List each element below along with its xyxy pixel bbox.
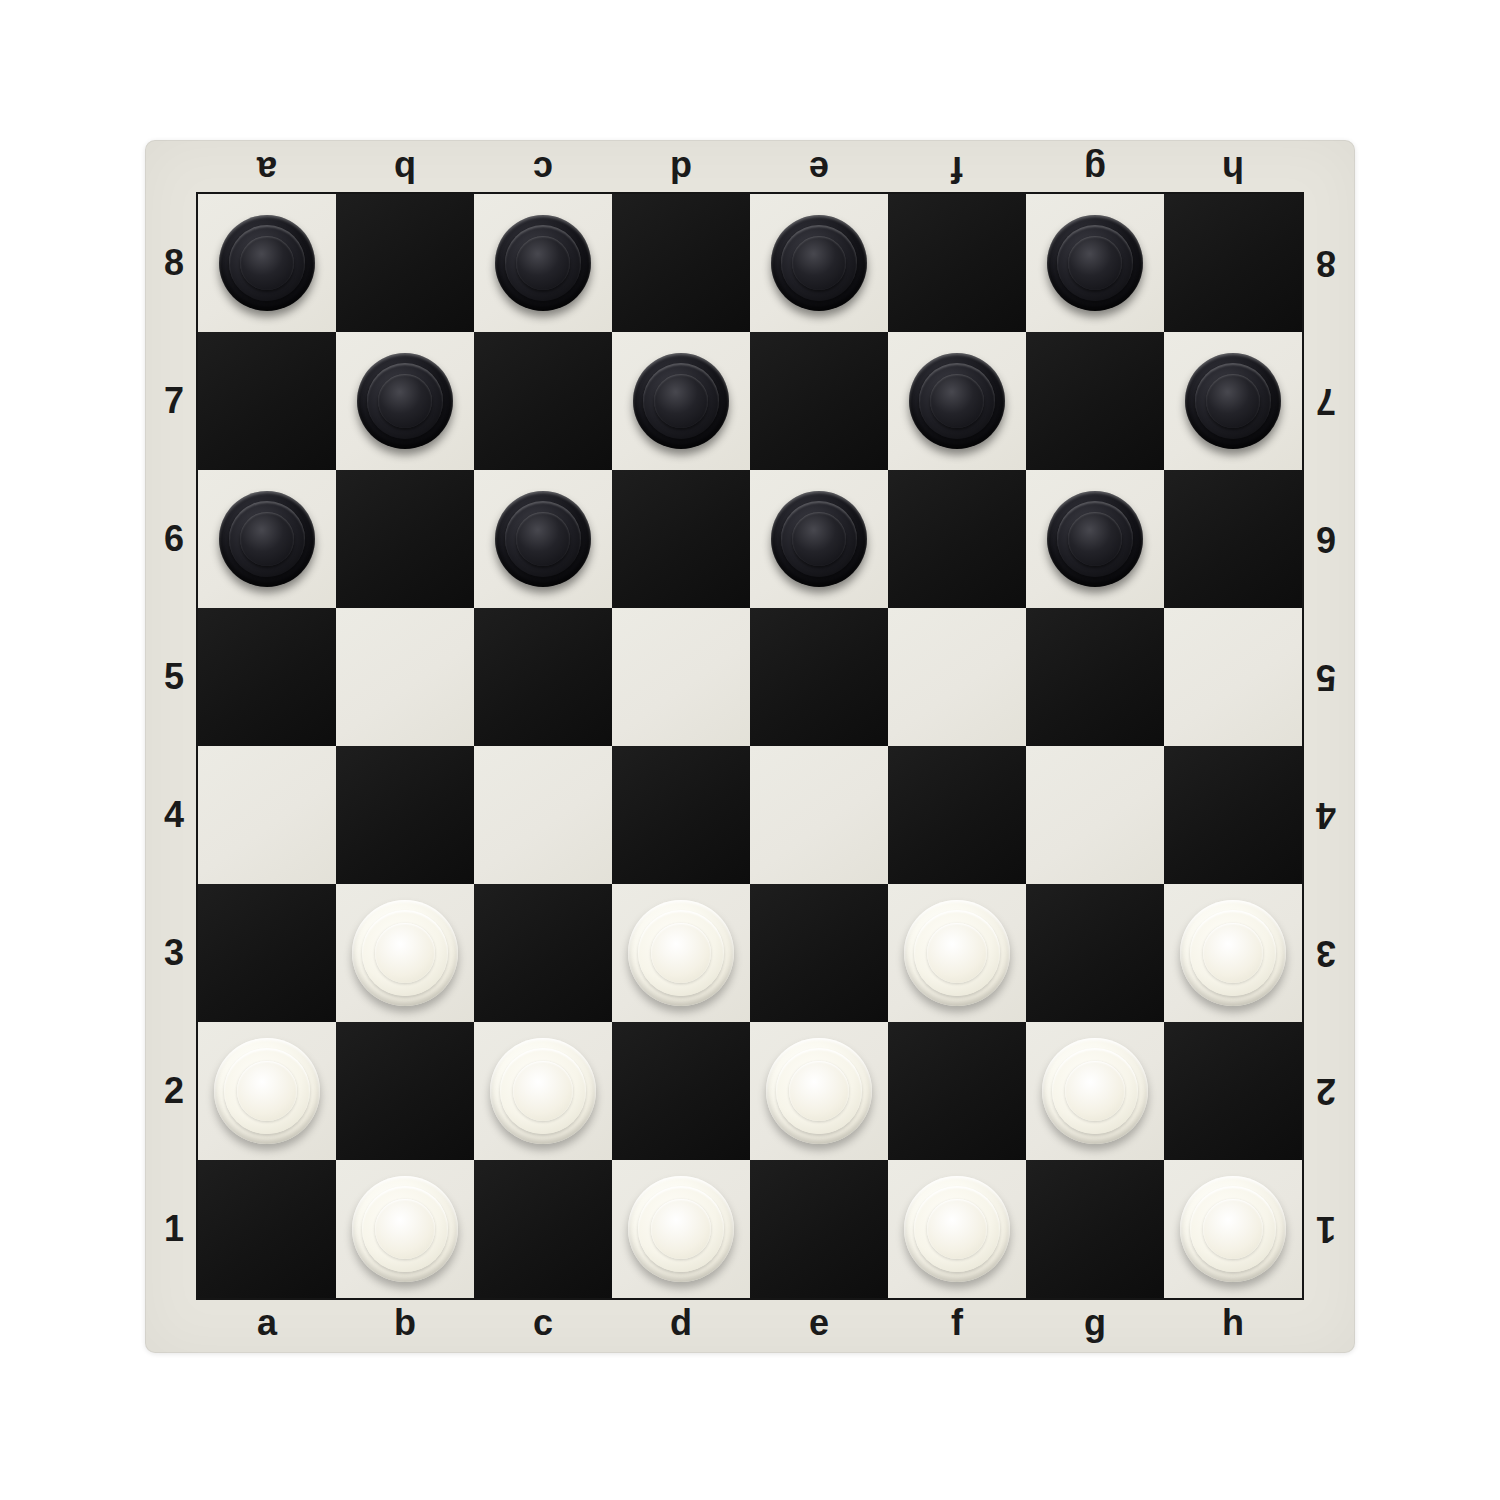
square-d7[interactable] [612,332,750,470]
black-man-e8[interactable] [771,215,867,311]
square-c4[interactable] [474,746,612,884]
rank-label-left-4: 4 [153,746,195,884]
square-f6[interactable] [888,470,1026,608]
white-man-center-disc [1079,1075,1111,1107]
white-man-center-disc [803,1075,835,1107]
square-e8[interactable] [750,194,888,332]
square-b8[interactable] [336,194,474,332]
rank-label-left-1: 1 [153,1160,195,1298]
square-f5[interactable] [888,608,1026,746]
white-man-center-disc [941,937,973,969]
white-man-center-disc [389,937,421,969]
board-mat: abcdefgh abcdefgh 87654321 87654321 [145,140,1355,1353]
white-man-a2[interactable] [214,1038,320,1144]
square-b5[interactable] [336,608,474,746]
square-d3[interactable] [612,884,750,1022]
black-man-center-disc [1080,524,1111,555]
black-man-f7[interactable] [909,353,1005,449]
rank-label-right-4: 4 [1305,746,1347,884]
file-label-bottom-b: b [336,1302,474,1344]
square-a1[interactable] [198,1160,336,1298]
file-labels-bottom: abcdefgh [198,1302,1302,1344]
black-man-center-disc [1080,248,1111,279]
square-b6[interactable] [336,470,474,608]
square-d4[interactable] [612,746,750,884]
square-a8[interactable] [198,194,336,332]
square-c3[interactable] [474,884,612,1022]
square-f7[interactable] [888,332,1026,470]
white-man-h3[interactable] [1180,900,1286,1006]
black-man-center-disc [252,248,283,279]
square-g6[interactable] [1026,470,1164,608]
square-d5[interactable] [612,608,750,746]
black-man-a6[interactable] [219,491,315,587]
black-man-center-disc [804,248,835,279]
white-man-d1[interactable] [628,1176,734,1282]
square-c2[interactable] [474,1022,612,1160]
rank-labels-left: 87654321 [153,194,195,1298]
black-man-center-disc [528,248,559,279]
rank-labels-right: 87654321 [1305,194,1347,1298]
black-man-center-disc [252,524,283,555]
black-man-center-disc [390,386,421,417]
square-e5[interactable] [750,608,888,746]
square-d1[interactable] [612,1160,750,1298]
file-label-top-e: e [750,148,888,190]
file-label-top-d: d [612,148,750,190]
square-f1[interactable] [888,1160,1026,1298]
square-g1[interactable] [1026,1160,1164,1298]
black-man-g8[interactable] [1047,215,1143,311]
black-man-b7[interactable] [357,353,453,449]
square-d8[interactable] [612,194,750,332]
rank-label-left-7: 7 [153,332,195,470]
square-e4[interactable] [750,746,888,884]
square-d6[interactable] [612,470,750,608]
square-a2[interactable] [198,1022,336,1160]
black-man-g6[interactable] [1047,491,1143,587]
square-g7[interactable] [1026,332,1164,470]
file-label-top-h: h [1164,148,1302,190]
square-h4[interactable] [1164,746,1302,884]
white-man-c2[interactable] [490,1038,596,1144]
white-man-center-disc [527,1075,559,1107]
square-c5[interactable] [474,608,612,746]
square-a3[interactable] [198,884,336,1022]
square-c7[interactable] [474,332,612,470]
square-c1[interactable] [474,1160,612,1298]
white-man-d3[interactable] [628,900,734,1006]
white-man-center-disc [251,1075,283,1107]
black-man-center-disc [1218,386,1249,417]
square-e6[interactable] [750,470,888,608]
rank-label-right-3: 3 [1305,884,1347,1022]
rank-label-left-6: 6 [153,470,195,608]
square-a6[interactable] [198,470,336,608]
white-man-b3[interactable] [352,900,458,1006]
file-label-bottom-f: f [888,1302,1026,1344]
square-a5[interactable] [198,608,336,746]
square-b1[interactable] [336,1160,474,1298]
file-label-bottom-d: d [612,1302,750,1344]
square-h6[interactable] [1164,470,1302,608]
square-g2[interactable] [1026,1022,1164,1160]
file-labels-top: abcdefgh [198,148,1302,190]
square-f3[interactable] [888,884,1026,1022]
square-c8[interactable] [474,194,612,332]
white-man-center-disc [1217,1213,1249,1245]
square-h7[interactable] [1164,332,1302,470]
white-man-center-disc [941,1213,973,1245]
rank-label-right-6: 6 [1305,470,1347,608]
white-man-b1[interactable] [352,1176,458,1282]
square-a7[interactable] [198,332,336,470]
black-man-center-disc [804,524,835,555]
square-b4[interactable] [336,746,474,884]
rank-label-left-3: 3 [153,884,195,1022]
square-d2[interactable] [612,1022,750,1160]
black-man-c6[interactable] [495,491,591,587]
square-h3[interactable] [1164,884,1302,1022]
file-label-top-c: c [474,148,612,190]
square-b3[interactable] [336,884,474,1022]
square-f8[interactable] [888,194,1026,332]
square-g3[interactable] [1026,884,1164,1022]
white-man-center-disc [665,937,697,969]
square-b7[interactable] [336,332,474,470]
square-e2[interactable] [750,1022,888,1160]
square-h1[interactable] [1164,1160,1302,1298]
black-man-h7[interactable] [1185,353,1281,449]
white-man-f3[interactable] [904,900,1010,1006]
white-man-g2[interactable] [1042,1038,1148,1144]
square-b2[interactable] [336,1022,474,1160]
file-label-bottom-h: h [1164,1302,1302,1344]
square-g5[interactable] [1026,608,1164,746]
white-man-f1[interactable] [904,1176,1010,1282]
square-h5[interactable] [1164,608,1302,746]
file-label-top-a: a [198,148,336,190]
rank-label-right-5: 5 [1305,608,1347,746]
square-f2[interactable] [888,1022,1026,1160]
square-g8[interactable] [1026,194,1164,332]
white-man-h1[interactable] [1180,1176,1286,1282]
rank-label-right-2: 2 [1305,1022,1347,1160]
file-label-bottom-c: c [474,1302,612,1344]
square-e1[interactable] [750,1160,888,1298]
file-label-bottom-e: e [750,1302,888,1344]
rank-label-right-7: 7 [1305,332,1347,470]
white-man-e2[interactable] [766,1038,872,1144]
checkers-board [196,192,1304,1300]
rank-label-left-5: 5 [153,608,195,746]
square-e3[interactable] [750,884,888,1022]
square-e7[interactable] [750,332,888,470]
square-h8[interactable] [1164,194,1302,332]
black-man-e6[interactable] [771,491,867,587]
rank-label-right-1: 1 [1305,1160,1347,1298]
square-h2[interactable] [1164,1022,1302,1160]
white-man-center-disc [389,1213,421,1245]
black-man-a8[interactable] [219,215,315,311]
rank-label-left-8: 8 [153,194,195,332]
black-man-d7[interactable] [633,353,729,449]
square-a4[interactable] [198,746,336,884]
file-label-top-f: f [888,148,1026,190]
black-man-center-disc [528,524,559,555]
file-label-top-b: b [336,148,474,190]
black-man-center-disc [666,386,697,417]
black-man-c8[interactable] [495,215,591,311]
square-c6[interactable] [474,470,612,608]
file-label-bottom-g: g [1026,1302,1164,1344]
rank-label-left-2: 2 [153,1022,195,1160]
page: abcdefgh abcdefgh 87654321 87654321 [0,0,1500,1500]
white-man-center-disc [1217,937,1249,969]
black-man-center-disc [942,386,973,417]
file-label-top-g: g [1026,148,1164,190]
white-man-center-disc [665,1213,697,1245]
square-g4[interactable] [1026,746,1164,884]
rank-label-right-8: 8 [1305,194,1347,332]
square-f4[interactable] [888,746,1026,884]
file-label-bottom-a: a [198,1302,336,1344]
